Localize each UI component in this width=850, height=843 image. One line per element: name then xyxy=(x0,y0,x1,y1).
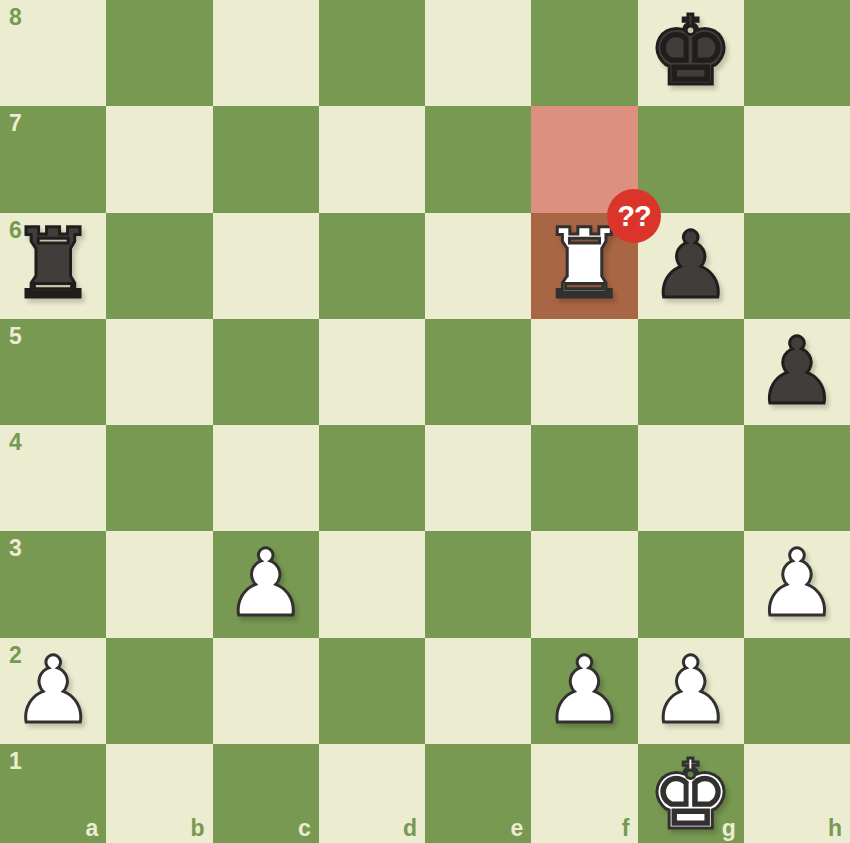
black-pawn-icon[interactable]: ♟ xyxy=(756,326,838,418)
square-h3[interactable]: ♟ xyxy=(744,531,850,637)
file-label-e: e xyxy=(510,815,523,842)
white-pawn-icon[interactable]: ♟ xyxy=(543,645,625,737)
square-h5[interactable]: ♟ xyxy=(744,319,850,425)
square-g3[interactable] xyxy=(638,531,744,637)
square-c1[interactable]: c xyxy=(213,744,319,843)
rank-label-1: 1 xyxy=(9,748,22,775)
square-g5[interactable] xyxy=(638,319,744,425)
square-f1[interactable]: f xyxy=(531,744,637,843)
square-e4[interactable] xyxy=(425,425,531,531)
square-f8[interactable] xyxy=(531,0,637,106)
square-e3[interactable] xyxy=(425,531,531,637)
file-label-a: a xyxy=(85,815,98,842)
square-g2[interactable]: ♟ xyxy=(638,638,744,744)
square-h6[interactable] xyxy=(744,213,850,319)
chess-board: ?? 8♚76♜♜♟5♟43♟♟2♟♟♟1abcdefg♚h xyxy=(0,0,850,843)
square-c2[interactable] xyxy=(213,638,319,744)
square-a2[interactable]: 2♟ xyxy=(0,638,106,744)
square-a8[interactable]: 8 xyxy=(0,0,106,106)
square-e8[interactable] xyxy=(425,0,531,106)
rank-label-4: 4 xyxy=(9,429,22,456)
square-c7[interactable] xyxy=(213,106,319,212)
square-c4[interactable] xyxy=(213,425,319,531)
square-h7[interactable] xyxy=(744,106,850,212)
square-c8[interactable] xyxy=(213,0,319,106)
square-f5[interactable] xyxy=(531,319,637,425)
square-h8[interactable] xyxy=(744,0,850,106)
square-f3[interactable] xyxy=(531,531,637,637)
square-e6[interactable] xyxy=(425,213,531,319)
file-label-d: d xyxy=(403,815,417,842)
white-pawn-icon[interactable]: ♟ xyxy=(224,538,306,630)
square-d2[interactable] xyxy=(319,638,425,744)
square-c5[interactable] xyxy=(213,319,319,425)
rank-label-7: 7 xyxy=(9,110,22,137)
square-b3[interactable] xyxy=(106,531,212,637)
blunder-badge-icon: ?? xyxy=(607,189,661,243)
file-label-c: c xyxy=(298,815,311,842)
square-c6[interactable] xyxy=(213,213,319,319)
square-e7[interactable] xyxy=(425,106,531,212)
file-label-h: h xyxy=(828,815,842,842)
square-b7[interactable] xyxy=(106,106,212,212)
square-a1[interactable]: 1a xyxy=(0,744,106,843)
square-b8[interactable] xyxy=(106,0,212,106)
square-h4[interactable] xyxy=(744,425,850,531)
square-g8[interactable]: ♚ xyxy=(638,0,744,106)
file-label-b: b xyxy=(190,815,204,842)
white-pawn-icon[interactable]: ♟ xyxy=(649,645,731,737)
rank-label-3: 3 xyxy=(9,535,22,562)
square-e5[interactable] xyxy=(425,319,531,425)
black-king-icon[interactable]: ♚ xyxy=(648,3,734,99)
square-c3[interactable]: ♟ xyxy=(213,531,319,637)
square-d4[interactable] xyxy=(319,425,425,531)
square-b6[interactable] xyxy=(106,213,212,319)
square-d3[interactable] xyxy=(319,531,425,637)
black-rook-icon[interactable]: ♜ xyxy=(10,216,96,312)
square-a6[interactable]: 6♜ xyxy=(0,213,106,319)
square-b4[interactable] xyxy=(106,425,212,531)
square-a4[interactable]: 4 xyxy=(0,425,106,531)
square-d1[interactable]: d xyxy=(319,744,425,843)
square-d6[interactable] xyxy=(319,213,425,319)
square-d7[interactable] xyxy=(319,106,425,212)
square-b1[interactable]: b xyxy=(106,744,212,843)
file-label-f: f xyxy=(622,815,630,842)
square-h1[interactable]: h xyxy=(744,744,850,843)
square-b5[interactable] xyxy=(106,319,212,425)
rank-label-8: 8 xyxy=(9,4,22,31)
square-g1[interactable]: g♚ xyxy=(638,744,744,843)
white-pawn-icon[interactable]: ♟ xyxy=(756,538,838,630)
square-h2[interactable] xyxy=(744,638,850,744)
square-e1[interactable]: e xyxy=(425,744,531,843)
white-king-icon[interactable]: ♚ xyxy=(648,747,734,843)
square-a5[interactable]: 5 xyxy=(0,319,106,425)
square-e2[interactable] xyxy=(425,638,531,744)
square-d5[interactable] xyxy=(319,319,425,425)
square-f4[interactable] xyxy=(531,425,637,531)
black-pawn-icon[interactable]: ♟ xyxy=(649,220,731,312)
square-g4[interactable] xyxy=(638,425,744,531)
square-a7[interactable]: 7 xyxy=(0,106,106,212)
square-a3[interactable]: 3 xyxy=(0,531,106,637)
white-pawn-icon[interactable]: ♟ xyxy=(12,645,94,737)
square-d8[interactable] xyxy=(319,0,425,106)
square-f2[interactable]: ♟ xyxy=(531,638,637,744)
rank-label-5: 5 xyxy=(9,323,22,350)
square-b2[interactable] xyxy=(106,638,212,744)
